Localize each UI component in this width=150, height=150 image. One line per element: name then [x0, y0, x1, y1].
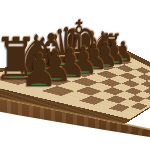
piece-dark-pawn-a2[interactable]: ♟: [20, 47, 57, 93]
chess-set-photo: ♜♞♝♛♚♝♞♜♟♟♟♟♟♟♟♟ Angled tabletop product…: [0, 0, 150, 150]
